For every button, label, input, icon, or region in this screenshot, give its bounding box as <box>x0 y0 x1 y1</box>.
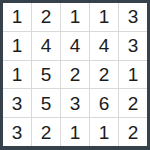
grid-cell[interactable]: 5 <box>32 61 60 89</box>
grid-cell[interactable]: 2 <box>119 89 147 117</box>
grid-cell[interactable]: 3 <box>119 32 147 60</box>
grid-cell[interactable]: 4 <box>61 32 89 60</box>
puzzle-board: 1 2 1 1 3 1 4 4 4 3 1 5 2 2 1 3 5 3 6 2 … <box>0 0 150 150</box>
grid-cell[interactable]: 1 <box>90 118 118 146</box>
grid-cell[interactable]: 3 <box>3 118 31 146</box>
grid-cell[interactable]: 1 <box>90 3 118 31</box>
grid-cell[interactable]: 4 <box>32 32 60 60</box>
grid-cell[interactable]: 1 <box>3 32 31 60</box>
grid-cell[interactable]: 1 <box>61 118 89 146</box>
grid-cell[interactable]: 1 <box>119 61 147 89</box>
grid-cell[interactable]: 2 <box>32 3 60 31</box>
grid-cell[interactable]: 3 <box>61 89 89 117</box>
grid-cell[interactable]: 3 <box>3 89 31 117</box>
grid-cell[interactable]: 2 <box>119 118 147 146</box>
grid-cell[interactable]: 2 <box>90 61 118 89</box>
grid-cell[interactable]: 1 <box>3 3 31 31</box>
grid-cell[interactable]: 3 <box>119 3 147 31</box>
grid-cell[interactable]: 5 <box>32 89 60 117</box>
grid-cell[interactable]: 2 <box>61 61 89 89</box>
grid-cell[interactable]: 1 <box>61 3 89 31</box>
grid-cell[interactable]: 2 <box>32 118 60 146</box>
grid-cell[interactable]: 4 <box>90 32 118 60</box>
grid-cell[interactable]: 6 <box>90 89 118 117</box>
grid-cell[interactable]: 1 <box>3 61 31 89</box>
